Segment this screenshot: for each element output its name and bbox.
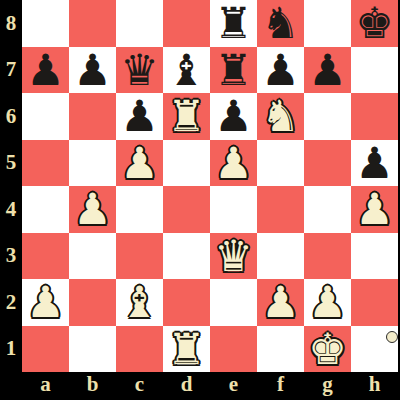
square-g8[interactable] bbox=[304, 0, 351, 47]
square-h3[interactable] bbox=[351, 233, 398, 280]
black-pawn-h5[interactable]: ♟ bbox=[355, 140, 394, 186]
black-rook-e7[interactable]: ♜ bbox=[214, 47, 253, 93]
square-f5[interactable] bbox=[257, 140, 304, 187]
square-e8[interactable]: ♜ bbox=[210, 0, 257, 47]
square-a1[interactable] bbox=[22, 326, 69, 373]
white-pawn-e5[interactable]: ♟ bbox=[214, 140, 253, 186]
white-rook-d6[interactable]: ♜ bbox=[167, 93, 206, 139]
file-label-g: g bbox=[304, 372, 351, 400]
white-to-move-dot bbox=[386, 331, 398, 343]
square-f4[interactable] bbox=[257, 186, 304, 233]
black-pawn-c6[interactable]: ♟ bbox=[120, 93, 159, 139]
rank-label-7: 7 bbox=[0, 47, 22, 94]
square-g5[interactable] bbox=[304, 140, 351, 187]
square-c2[interactable]: ♝ bbox=[116, 279, 163, 326]
black-bishop-d7[interactable]: ♝ bbox=[167, 47, 206, 93]
square-d7[interactable]: ♝ bbox=[163, 47, 210, 94]
square-h7[interactable] bbox=[351, 47, 398, 94]
square-d4[interactable] bbox=[163, 186, 210, 233]
black-pawn-g7[interactable]: ♟ bbox=[308, 47, 347, 93]
file-label-e: e bbox=[210, 372, 257, 400]
square-e4[interactable] bbox=[210, 186, 257, 233]
square-g1[interactable]: ♚ bbox=[304, 326, 351, 373]
rank-label-6: 6 bbox=[0, 93, 22, 140]
white-pawn-a2[interactable]: ♟ bbox=[26, 279, 65, 325]
file-label-d: d bbox=[163, 372, 210, 400]
white-pawn-b4[interactable]: ♟ bbox=[73, 186, 112, 232]
square-e3[interactable]: ♛ bbox=[210, 233, 257, 280]
square-f2[interactable]: ♟ bbox=[257, 279, 304, 326]
black-pawn-b7[interactable]: ♟ bbox=[73, 47, 112, 93]
square-c7[interactable]: ♛ bbox=[116, 47, 163, 94]
square-a5[interactable] bbox=[22, 140, 69, 187]
square-d3[interactable] bbox=[163, 233, 210, 280]
square-c5[interactable]: ♟ bbox=[116, 140, 163, 187]
square-c1[interactable] bbox=[116, 326, 163, 373]
black-knight-f8[interactable]: ♞ bbox=[261, 0, 300, 46]
square-h5[interactable]: ♟ bbox=[351, 140, 398, 187]
rank-label-4: 4 bbox=[0, 186, 22, 233]
square-a4[interactable] bbox=[22, 186, 69, 233]
square-a7[interactable]: ♟ bbox=[22, 47, 69, 94]
rank-label-2: 2 bbox=[0, 279, 22, 326]
square-b8[interactable] bbox=[69, 0, 116, 47]
square-a2[interactable]: ♟ bbox=[22, 279, 69, 326]
square-c8[interactable] bbox=[116, 0, 163, 47]
square-a3[interactable] bbox=[22, 233, 69, 280]
square-c4[interactable] bbox=[116, 186, 163, 233]
rank-label-3: 3 bbox=[0, 233, 22, 280]
square-h8[interactable]: ♚ bbox=[351, 0, 398, 47]
white-pawn-g2[interactable]: ♟ bbox=[308, 279, 347, 325]
file-label-c: c bbox=[116, 372, 163, 400]
white-queen-e3[interactable]: ♛ bbox=[214, 233, 253, 279]
square-h2[interactable] bbox=[351, 279, 398, 326]
square-f1[interactable] bbox=[257, 326, 304, 373]
square-f3[interactable] bbox=[257, 233, 304, 280]
square-e1[interactable] bbox=[210, 326, 257, 373]
square-d1[interactable]: ♜ bbox=[163, 326, 210, 373]
square-g4[interactable] bbox=[304, 186, 351, 233]
white-king-g1[interactable]: ♚ bbox=[308, 326, 347, 372]
rank-labels: 87654321 bbox=[0, 0, 22, 372]
chess-board: ♜♞♚♟♟♛♝♜♟♟♟♜♟♞♟♟♟♟♟♛♟♝♟♟♜♚ bbox=[22, 0, 398, 372]
square-e7[interactable]: ♜ bbox=[210, 47, 257, 94]
white-pawn-c5[interactable]: ♟ bbox=[120, 140, 159, 186]
chess-board-frame: 87654321 ♜♞♚♟♟♛♝♜♟♟♟♜♟♞♟♟♟♟♟♛♟♝♟♟♜♚ abcd… bbox=[0, 0, 400, 400]
square-h4[interactable]: ♟ bbox=[351, 186, 398, 233]
square-g7[interactable]: ♟ bbox=[304, 47, 351, 94]
square-b2[interactable] bbox=[69, 279, 116, 326]
rank-label-8: 8 bbox=[0, 0, 22, 47]
black-pawn-f7[interactable]: ♟ bbox=[261, 47, 300, 93]
square-b6[interactable] bbox=[69, 93, 116, 140]
square-d5[interactable] bbox=[163, 140, 210, 187]
square-b3[interactable] bbox=[69, 233, 116, 280]
square-b5[interactable] bbox=[69, 140, 116, 187]
square-b1[interactable] bbox=[69, 326, 116, 373]
square-a6[interactable] bbox=[22, 93, 69, 140]
white-rook-d1[interactable]: ♜ bbox=[167, 326, 206, 372]
rank-label-5: 5 bbox=[0, 140, 22, 187]
square-f7[interactable]: ♟ bbox=[257, 47, 304, 94]
black-pawn-a7[interactable]: ♟ bbox=[26, 47, 65, 93]
square-f6[interactable]: ♞ bbox=[257, 93, 304, 140]
file-label-h: h bbox=[351, 372, 398, 400]
file-labels: abcdefgh bbox=[22, 372, 398, 400]
square-g3[interactable] bbox=[304, 233, 351, 280]
square-h6[interactable] bbox=[351, 93, 398, 140]
rank-label-1: 1 bbox=[0, 326, 22, 373]
white-pawn-h4[interactable]: ♟ bbox=[355, 186, 394, 232]
square-b7[interactable]: ♟ bbox=[69, 47, 116, 94]
black-pawn-e6[interactable]: ♟ bbox=[214, 93, 253, 139]
square-c3[interactable] bbox=[116, 233, 163, 280]
square-a8[interactable] bbox=[22, 0, 69, 47]
file-label-b: b bbox=[69, 372, 116, 400]
square-e6[interactable]: ♟ bbox=[210, 93, 257, 140]
black-queen-c7[interactable]: ♛ bbox=[120, 47, 159, 93]
file-label-a: a bbox=[22, 372, 69, 400]
black-king-h8[interactable]: ♚ bbox=[355, 0, 394, 46]
file-label-f: f bbox=[257, 372, 304, 400]
white-knight-f6[interactable]: ♞ bbox=[261, 93, 300, 139]
white-pawn-f2[interactable]: ♟ bbox=[261, 279, 300, 325]
square-e5[interactable]: ♟ bbox=[210, 140, 257, 187]
square-g6[interactable] bbox=[304, 93, 351, 140]
square-e2[interactable] bbox=[210, 279, 257, 326]
white-bishop-c2[interactable]: ♝ bbox=[120, 279, 159, 325]
square-c6[interactable]: ♟ bbox=[116, 93, 163, 140]
square-f8[interactable]: ♞ bbox=[257, 0, 304, 47]
square-d2[interactable] bbox=[163, 279, 210, 326]
black-rook-e8[interactable]: ♜ bbox=[214, 0, 253, 46]
square-d6[interactable]: ♜ bbox=[163, 93, 210, 140]
square-b4[interactable]: ♟ bbox=[69, 186, 116, 233]
square-g2[interactable]: ♟ bbox=[304, 279, 351, 326]
square-d8[interactable] bbox=[163, 0, 210, 47]
